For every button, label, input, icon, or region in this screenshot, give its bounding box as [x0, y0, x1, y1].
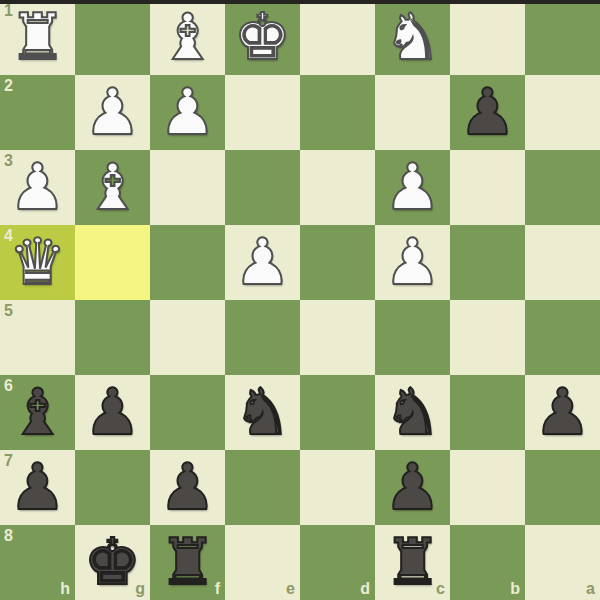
white-pawn-piece[interactable]: ♟ — [75, 75, 150, 150]
rank-label-8: 8 — [4, 528, 13, 544]
square-h5[interactable]: 5 — [0, 300, 75, 375]
square-e4[interactable]: ♟ — [225, 225, 300, 300]
black-pawn-piece[interactable]: ♟ — [0, 450, 75, 525]
black-pawn-piece[interactable]: ♟ — [375, 450, 450, 525]
square-c7[interactable]: ♟ — [375, 450, 450, 525]
white-king-piece[interactable]: ♚ — [225, 0, 300, 75]
square-g5[interactable] — [75, 300, 150, 375]
square-a5[interactable] — [525, 300, 600, 375]
black-knight-piece[interactable]: ♞ — [225, 375, 300, 450]
square-f2[interactable]: ♟ — [150, 75, 225, 150]
square-g6[interactable]: ♟ — [75, 375, 150, 450]
square-a7[interactable] — [525, 450, 600, 525]
black-pawn-piece[interactable]: ♟ — [150, 450, 225, 525]
square-f7[interactable]: ♟ — [150, 450, 225, 525]
square-d2[interactable] — [300, 75, 375, 150]
black-pawn-piece[interactable]: ♟ — [75, 375, 150, 450]
square-b3[interactable] — [450, 150, 525, 225]
square-g1[interactable] — [75, 0, 150, 75]
file-label-h: h — [60, 581, 70, 597]
chess-board: 1♜♝♚♞2♟♟♟3♟♝♟4♛♟♟56♝♟♞♞♟7♟♟♟8hg♚f♜edc♜ba — [0, 0, 600, 600]
square-a3[interactable] — [525, 150, 600, 225]
square-h3[interactable]: 3♟ — [0, 150, 75, 225]
white-bishop-piece[interactable]: ♝ — [150, 0, 225, 75]
square-g3[interactable]: ♝ — [75, 150, 150, 225]
square-b6[interactable] — [450, 375, 525, 450]
black-king-piece[interactable]: ♚ — [75, 525, 150, 600]
square-b2[interactable]: ♟ — [450, 75, 525, 150]
square-b1[interactable] — [450, 0, 525, 75]
black-rook-piece[interactable]: ♜ — [150, 525, 225, 600]
square-c4[interactable]: ♟ — [375, 225, 450, 300]
white-pawn-piece[interactable]: ♟ — [225, 225, 300, 300]
square-f5[interactable] — [150, 300, 225, 375]
square-h7[interactable]: 7♟ — [0, 450, 75, 525]
square-a6[interactable]: ♟ — [525, 375, 600, 450]
square-d1[interactable] — [300, 0, 375, 75]
square-g8[interactable]: g♚ — [75, 525, 150, 600]
square-f6[interactable] — [150, 375, 225, 450]
white-pawn-piece[interactable]: ♟ — [150, 75, 225, 150]
white-pawn-piece[interactable]: ♟ — [0, 150, 75, 225]
chess-board-container: 1♜♝♚♞2♟♟♟3♟♝♟4♛♟♟56♝♟♞♞♟7♟♟♟8hg♚f♜edc♜ba — [0, 0, 600, 600]
square-f1[interactable]: ♝ — [150, 0, 225, 75]
white-queen-piece[interactable]: ♛ — [0, 225, 75, 300]
square-b7[interactable] — [450, 450, 525, 525]
white-bishop-piece[interactable]: ♝ — [75, 150, 150, 225]
square-d6[interactable] — [300, 375, 375, 450]
white-rook-piece[interactable]: ♜ — [0, 0, 75, 75]
top-edge-bar — [0, 0, 600, 4]
square-c6[interactable]: ♞ — [375, 375, 450, 450]
square-c3[interactable]: ♟ — [375, 150, 450, 225]
rank-label-2: 2 — [4, 78, 13, 94]
square-a2[interactable] — [525, 75, 600, 150]
square-d8[interactable]: d — [300, 525, 375, 600]
square-f8[interactable]: f♜ — [150, 525, 225, 600]
square-d5[interactable] — [300, 300, 375, 375]
square-c8[interactable]: c♜ — [375, 525, 450, 600]
square-f3[interactable] — [150, 150, 225, 225]
black-pawn-piece[interactable]: ♟ — [450, 75, 525, 150]
square-g4[interactable] — [75, 225, 150, 300]
file-label-d: d — [360, 581, 370, 597]
square-h6[interactable]: 6♝ — [0, 375, 75, 450]
white-knight-piece[interactable]: ♞ — [375, 0, 450, 75]
square-e6[interactable]: ♞ — [225, 375, 300, 450]
file-label-e: e — [286, 581, 295, 597]
file-label-b: b — [510, 581, 520, 597]
square-g7[interactable] — [75, 450, 150, 525]
file-label-a: a — [586, 581, 595, 597]
square-c2[interactable] — [375, 75, 450, 150]
square-e8[interactable]: e — [225, 525, 300, 600]
square-b8[interactable]: b — [450, 525, 525, 600]
black-bishop-piece[interactable]: ♝ — [0, 375, 75, 450]
square-f4[interactable] — [150, 225, 225, 300]
square-d7[interactable] — [300, 450, 375, 525]
square-b5[interactable] — [450, 300, 525, 375]
square-e7[interactable] — [225, 450, 300, 525]
square-e1[interactable]: ♚ — [225, 0, 300, 75]
square-e5[interactable] — [225, 300, 300, 375]
white-pawn-piece[interactable]: ♟ — [375, 225, 450, 300]
square-a4[interactable] — [525, 225, 600, 300]
square-h4[interactable]: 4♛ — [0, 225, 75, 300]
square-a1[interactable] — [525, 0, 600, 75]
square-b4[interactable] — [450, 225, 525, 300]
white-pawn-piece[interactable]: ♟ — [375, 150, 450, 225]
black-knight-piece[interactable]: ♞ — [375, 375, 450, 450]
square-g2[interactable]: ♟ — [75, 75, 150, 150]
square-d4[interactable] — [300, 225, 375, 300]
square-h1[interactable]: 1♜ — [0, 0, 75, 75]
rank-label-5: 5 — [4, 303, 13, 319]
square-a8[interactable]: a — [525, 525, 600, 600]
square-c1[interactable]: ♞ — [375, 0, 450, 75]
square-d3[interactable] — [300, 150, 375, 225]
black-pawn-piece[interactable]: ♟ — [525, 375, 600, 450]
square-h8[interactable]: 8h — [0, 525, 75, 600]
square-e2[interactable] — [225, 75, 300, 150]
square-c5[interactable] — [375, 300, 450, 375]
square-h2[interactable]: 2 — [0, 75, 75, 150]
square-e3[interactable] — [225, 150, 300, 225]
black-rook-piece[interactable]: ♜ — [375, 525, 450, 600]
